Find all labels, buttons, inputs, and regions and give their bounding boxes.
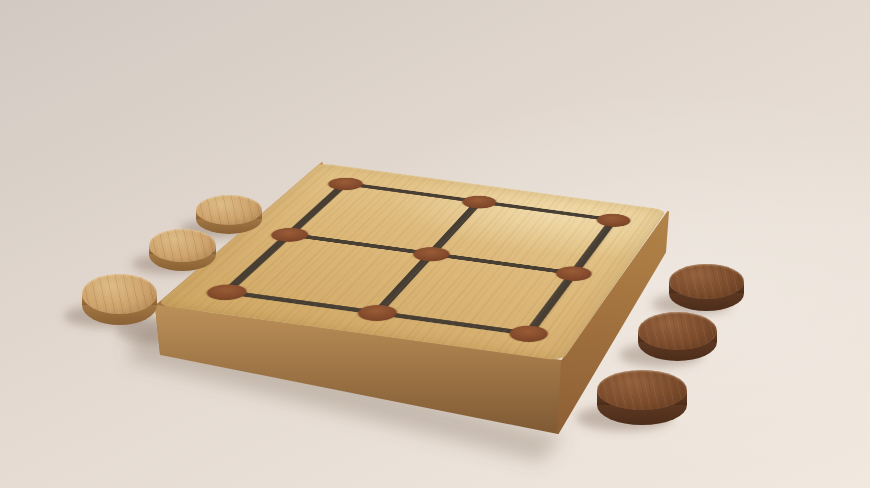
point-inlay: [323, 176, 368, 192]
disc-top-face: [149, 229, 216, 262]
light-disc-2[interactable]: [149, 229, 216, 271]
point-inlay: [265, 226, 313, 244]
point-inlay: [592, 212, 633, 228]
point-inlay: [200, 282, 252, 302]
point-inlay: [408, 245, 454, 263]
disc-top-face: [669, 264, 744, 299]
disc-top-face: [196, 195, 262, 225]
dark-disc-1[interactable]: [669, 264, 744, 311]
disc-top-face: [638, 312, 717, 350]
point-inlay: [352, 303, 402, 323]
disc-top-face: [597, 370, 687, 410]
photo-stage: [0, 0, 870, 488]
dark-disc-2[interactable]: [638, 312, 717, 361]
disc-top-face: [82, 274, 157, 314]
light-disc-3[interactable]: [82, 274, 157, 325]
dark-disc-3[interactable]: [597, 370, 687, 425]
point-inlay: [504, 323, 552, 343]
point-inlay: [551, 264, 595, 282]
point-inlay: [457, 194, 500, 210]
